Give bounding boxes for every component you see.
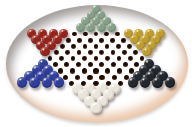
board-hole[interactable]: [83, 32, 88, 37]
board-hole[interactable]: [121, 38, 126, 43]
board-hole[interactable]: [104, 32, 109, 37]
marble-black[interactable]: ●: [165, 77, 175, 87]
board-hole[interactable]: [111, 62, 116, 67]
marble-green[interactable]: ●: [86, 23, 95, 32]
board-hole[interactable]: [59, 56, 64, 61]
marble-white[interactable]: ●: [90, 102, 101, 113]
board-hole[interactable]: [82, 68, 87, 73]
marble-black[interactable]: ●: [140, 77, 150, 87]
board-hole[interactable]: [111, 50, 116, 55]
board-hole[interactable]: [93, 68, 98, 73]
board-hole[interactable]: [99, 62, 104, 67]
board-hole[interactable]: [88, 50, 93, 55]
board-hole[interactable]: [77, 38, 82, 43]
board-hole[interactable]: [110, 38, 115, 43]
marble-blue[interactable]: ●: [42, 77, 52, 87]
board-hole[interactable]: [127, 44, 132, 49]
board-hole[interactable]: [105, 56, 110, 61]
board-hole[interactable]: [54, 50, 59, 55]
board-hole[interactable]: [65, 50, 70, 55]
board-hole[interactable]: [75, 75, 80, 80]
board-hole[interactable]: [128, 56, 133, 61]
board-hole[interactable]: [115, 32, 120, 37]
marble-blue[interactable]: ●: [54, 77, 64, 87]
photo-background: ●●●●●●●●●●●●●●●●●●●●●●●●●●●●●●●●●●●●●●●●…: [0, 0, 192, 127]
board-hole[interactable]: [123, 62, 128, 67]
board-hole[interactable]: [99, 38, 104, 43]
board-hole[interactable]: [53, 62, 58, 67]
marble-black[interactable]: ●: [152, 77, 162, 87]
board-hole[interactable]: [94, 56, 99, 61]
chinese-checkers-board: ●●●●●●●●●●●●●●●●●●●●●●●●●●●●●●●●●●●●●●●●…: [6, 5, 188, 123]
board-hole[interactable]: [71, 44, 76, 49]
board-hole[interactable]: [71, 56, 76, 61]
board-hole[interactable]: [122, 50, 127, 55]
board-hole[interactable]: [88, 62, 93, 67]
board-hole[interactable]: [94, 44, 99, 49]
board-hole[interactable]: [117, 68, 122, 73]
marble-blue[interactable]: ●: [17, 77, 27, 87]
marble-red[interactable]: ●: [40, 47, 49, 56]
board-hole[interactable]: [48, 56, 53, 61]
board-hole[interactable]: [105, 44, 110, 49]
board-hole[interactable]: [94, 32, 99, 37]
board-hole[interactable]: [112, 75, 117, 80]
board-hole[interactable]: [83, 44, 88, 49]
board-hole[interactable]: [105, 68, 110, 73]
board-hole[interactable]: [63, 75, 68, 80]
board-hole[interactable]: [117, 56, 122, 61]
marble-yellow[interactable]: ●: [142, 47, 151, 56]
marble-green[interactable]: ●: [76, 23, 85, 32]
board-hole[interactable]: [99, 75, 104, 80]
marble-green[interactable]: ●: [97, 23, 106, 32]
board-hole[interactable]: [82, 56, 87, 61]
board-hole[interactable]: [87, 75, 92, 80]
board-hole[interactable]: [66, 38, 71, 43]
board-hole[interactable]: [64, 62, 69, 67]
board-hole[interactable]: [70, 68, 75, 73]
board-hole[interactable]: [133, 50, 138, 55]
board-hole[interactable]: [58, 68, 63, 73]
board-hole[interactable]: [116, 44, 121, 49]
marble-blue[interactable]: ●: [29, 77, 39, 87]
board-hole[interactable]: [60, 44, 65, 49]
marble-green[interactable]: ●: [107, 23, 116, 32]
marble-black[interactable]: ●: [128, 77, 138, 87]
board-hole[interactable]: [76, 62, 81, 67]
board-hole[interactable]: [72, 32, 77, 37]
board-hole[interactable]: [99, 50, 104, 55]
board-hole[interactable]: [88, 38, 93, 43]
board-hole[interactable]: [77, 50, 82, 55]
